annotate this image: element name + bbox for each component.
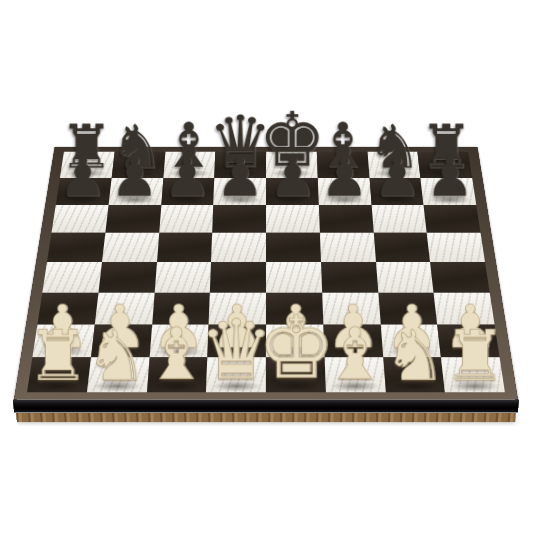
chess-board-3d: ♜♞♝♛♚♝♞♜♟♟♟♟♟♟♟♟♟♟♟♟♟♟♟♟♜♞♝♛♚♝♞♜ <box>14 147 518 400</box>
piece-shadow <box>168 169 210 177</box>
square-h8[interactable]: ♜ <box>418 152 472 178</box>
square-c7[interactable]: ♟ <box>161 178 215 205</box>
black-queen-piece: ♛ <box>199 108 281 176</box>
square-e7[interactable]: ♟ <box>266 178 319 205</box>
square-d4[interactable] <box>210 262 266 292</box>
piece-shadow <box>323 196 365 204</box>
piece-shadow <box>271 169 312 177</box>
square-f8[interactable]: ♝ <box>317 152 370 178</box>
square-d3[interactable] <box>209 292 266 324</box>
square-b1[interactable]: ♞ <box>87 357 149 392</box>
piece-shadow <box>61 196 104 204</box>
square-d1[interactable]: ♛ <box>206 357 266 392</box>
piece-shadow <box>322 169 364 177</box>
square-h5[interactable] <box>427 233 485 262</box>
square-b2[interactable]: ♟ <box>91 324 152 357</box>
square-f2[interactable]: ♟ <box>323 324 383 357</box>
square-b6[interactable] <box>105 205 161 233</box>
square-f7[interactable]: ♟ <box>318 178 372 205</box>
square-a2[interactable]: ♟ <box>32 324 94 357</box>
piece-shadow <box>388 347 436 357</box>
square-e8[interactable]: ♚ <box>266 152 318 178</box>
piece-shadow <box>271 196 313 204</box>
square-e5[interactable] <box>266 233 321 262</box>
square-f6[interactable] <box>319 205 374 233</box>
square-g8[interactable]: ♞ <box>367 152 420 178</box>
square-h2[interactable]: ♟ <box>437 324 499 357</box>
square-a8[interactable]: ♜ <box>60 152 115 178</box>
square-c6[interactable] <box>159 205 214 233</box>
board-photo-scene: ♜♞♝♛♚♝♞♜♟♟♟♟♟♟♟♟♟♟♟♟♟♟♟♟♜♞♝♛♚♝♞♜ <box>0 0 533 533</box>
piece-shadow <box>117 169 159 177</box>
square-d2[interactable]: ♟ <box>208 324 266 357</box>
piece-shadow <box>212 381 260 392</box>
square-h3[interactable] <box>434 292 495 324</box>
square-e2[interactable]: ♟ <box>266 324 324 357</box>
square-a1[interactable]: ♜ <box>27 357 91 392</box>
piece-shadow <box>65 169 107 177</box>
square-d8[interactable]: ♛ <box>215 152 267 178</box>
piece-shadow <box>219 196 261 204</box>
piece-shadow <box>374 169 416 177</box>
square-c4[interactable] <box>154 262 211 292</box>
square-c2[interactable]: ♟ <box>149 324 209 357</box>
square-d6[interactable] <box>212 205 266 233</box>
piece-shadow <box>446 347 494 357</box>
square-e4[interactable] <box>266 262 322 292</box>
square-a3[interactable] <box>37 292 98 324</box>
piece-shadow <box>428 196 471 204</box>
square-b4[interactable] <box>98 262 156 292</box>
square-b8[interactable]: ♞ <box>111 152 165 178</box>
square-b5[interactable] <box>102 233 159 262</box>
square-c8[interactable]: ♝ <box>163 152 216 178</box>
square-g5[interactable] <box>373 233 430 262</box>
square-a7[interactable]: ♟ <box>56 178 112 205</box>
piece-shadow <box>376 196 419 204</box>
square-g3[interactable] <box>378 292 438 324</box>
piece-shadow <box>97 347 145 357</box>
piece-shadow <box>272 381 320 392</box>
piece-shadow <box>33 381 82 392</box>
piece-shadow <box>114 196 157 204</box>
square-f5[interactable] <box>320 233 376 262</box>
piece-shadow <box>166 196 208 204</box>
square-f1[interactable]: ♝ <box>324 357 385 392</box>
square-h1[interactable]: ♜ <box>441 357 505 392</box>
board-front-edge <box>13 399 519 412</box>
piece-shadow <box>220 169 261 177</box>
square-b3[interactable] <box>95 292 155 324</box>
square-c1[interactable]: ♝ <box>146 357 207 392</box>
square-e1[interactable]: ♚ <box>266 357 326 392</box>
piece-shadow <box>152 381 200 392</box>
square-d7[interactable]: ♟ <box>213 178 266 205</box>
piece-shadow <box>425 169 467 177</box>
square-c5[interactable] <box>157 233 213 262</box>
piece-shadow <box>38 347 86 357</box>
square-b7[interactable]: ♟ <box>108 178 163 205</box>
square-g2[interactable]: ♟ <box>380 324 441 357</box>
piece-shadow <box>93 381 142 392</box>
piece-shadow <box>272 347 319 357</box>
piece-shadow <box>330 347 377 357</box>
piece-shadow <box>331 381 379 392</box>
square-g7[interactable]: ♟ <box>369 178 424 205</box>
piece-shadow <box>155 347 202 357</box>
square-f4[interactable] <box>321 262 378 292</box>
square-g1[interactable]: ♞ <box>383 357 445 392</box>
piece-shadow <box>450 381 499 392</box>
square-c3[interactable] <box>152 292 210 324</box>
square-g4[interactable] <box>376 262 434 292</box>
square-h4[interactable] <box>430 262 489 292</box>
square-g6[interactable] <box>371 205 427 233</box>
piece-shadow <box>390 381 439 392</box>
square-f3[interactable] <box>322 292 380 324</box>
square-h6[interactable] <box>424 205 481 233</box>
board-cork-base <box>16 413 516 423</box>
piece-shadow <box>213 347 260 357</box>
square-a6[interactable] <box>51 205 108 233</box>
chess-board: ♜♞♝♛♚♝♞♜♟♟♟♟♟♟♟♟♟♟♟♟♟♟♟♟♜♞♝♛♚♝♞♜ <box>14 147 518 400</box>
square-e3[interactable] <box>266 292 323 324</box>
square-a5[interactable] <box>47 233 105 262</box>
square-a4[interactable] <box>42 262 101 292</box>
square-h7[interactable]: ♟ <box>421 178 477 205</box>
square-d5[interactable] <box>211 233 266 262</box>
square-e6[interactable] <box>266 205 320 233</box>
